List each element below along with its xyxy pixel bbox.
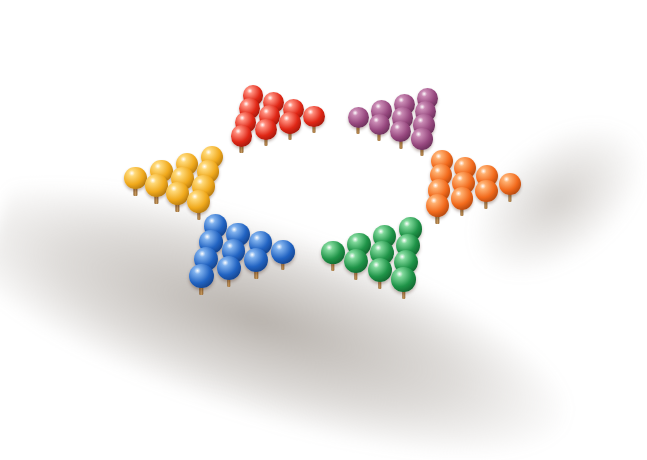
hole[interactable] — [427, 201, 451, 214]
hole[interactable] — [238, 198, 262, 211]
peg-yellow[interactable] — [176, 153, 198, 182]
peg-ball-yellow — [171, 167, 193, 189]
peg-stem — [486, 184, 489, 193]
peg-stem — [312, 124, 315, 133]
peg-red[interactable] — [255, 119, 277, 147]
hole[interactable] — [252, 238, 277, 252]
hole[interactable] — [296, 155, 319, 167]
peg-yellow[interactable] — [201, 146, 223, 174]
hole[interactable] — [330, 215, 354, 229]
hole[interactable] — [149, 182, 173, 195]
peg-stem — [272, 110, 275, 119]
peg-ball-yellow — [145, 174, 168, 197]
peg-stem — [200, 285, 203, 295]
hole[interactable] — [258, 127, 281, 139]
hole[interactable] — [453, 179, 476, 192]
hole[interactable] — [352, 224, 376, 238]
hole[interactable] — [431, 172, 454, 185]
peg-ball-yellow — [166, 182, 189, 205]
peg-stem — [399, 139, 402, 148]
hole[interactable] — [368, 135, 391, 147]
peg-blue[interactable] — [249, 231, 273, 261]
board-side-face-right — [388, 152, 625, 427]
peg-green[interactable] — [368, 258, 392, 289]
peg-blue[interactable] — [199, 230, 223, 260]
peg-stem — [422, 133, 425, 142]
peg-ball-red — [255, 119, 277, 141]
peg-green[interactable] — [344, 249, 368, 280]
peg-green[interactable] — [347, 233, 371, 263]
peg-orange[interactable] — [499, 173, 522, 202]
hole[interactable] — [415, 123, 437, 135]
peg-ball-purple — [417, 88, 438, 109]
hole[interactable] — [247, 169, 271, 182]
peg-red[interactable] — [263, 92, 284, 119]
peg-ball-yellow — [192, 175, 215, 198]
peg-purple[interactable] — [394, 94, 415, 121]
peg-red[interactable] — [279, 112, 300, 140]
peg-ball-red — [303, 106, 324, 127]
hole[interactable] — [221, 262, 247, 277]
hole[interactable] — [363, 163, 386, 176]
peg-stem — [426, 106, 429, 115]
peg-stem — [462, 191, 465, 201]
hole[interactable] — [417, 109, 439, 120]
peg-ball-green — [368, 258, 392, 282]
hole[interactable] — [366, 149, 389, 161]
hole[interactable] — [400, 224, 424, 238]
peg-red[interactable] — [259, 105, 280, 132]
hole[interactable] — [349, 240, 374, 254]
hole[interactable] — [370, 265, 395, 280]
hole[interactable] — [193, 270, 219, 285]
hole[interactable] — [341, 156, 364, 168]
peg-ball-red — [235, 112, 256, 133]
hole[interactable] — [394, 116, 416, 128]
peg-yellow[interactable] — [166, 182, 189, 211]
hole[interactable] — [191, 198, 215, 211]
peg-stem — [436, 214, 439, 224]
hole[interactable] — [323, 135, 346, 147]
hole[interactable] — [389, 143, 412, 155]
brand-logo: Ⓡronda — [330, 339, 399, 373]
peg-layer — [0, 0, 647, 460]
peg-stem — [268, 124, 271, 133]
peg-blue[interactable] — [244, 248, 268, 279]
hole[interactable] — [307, 207, 331, 220]
hole[interactable] — [407, 179, 430, 192]
hole[interactable] — [355, 208, 379, 221]
hole[interactable] — [323, 247, 348, 261]
hole[interactable] — [346, 256, 371, 271]
hole[interactable] — [216, 279, 242, 294]
peg-stem — [176, 202, 179, 212]
peg-ball-blue — [199, 230, 223, 254]
peg-ball-blue — [194, 247, 218, 271]
peg-stem — [485, 199, 488, 209]
hole[interactable] — [402, 209, 426, 222]
board-shadow — [0, 144, 595, 460]
peg-stem — [381, 262, 384, 272]
peg-stem — [383, 245, 386, 255]
hole[interactable] — [377, 216, 401, 230]
peg-stem — [202, 195, 205, 205]
peg-stem — [357, 125, 360, 134]
peg-red[interactable] — [243, 85, 264, 112]
hole[interactable] — [286, 199, 310, 212]
peg-ball-green — [321, 241, 345, 265]
hole[interactable] — [196, 183, 220, 196]
peg-ball-green — [373, 225, 397, 249]
peg-green[interactable] — [391, 267, 415, 298]
star-playfield — [18, 45, 625, 382]
peg-ball-red — [283, 99, 304, 120]
peg-ball-blue — [222, 239, 246, 263]
hole[interactable] — [248, 254, 273, 269]
peg-purple[interactable] — [371, 100, 392, 127]
peg-red[interactable] — [239, 98, 260, 125]
peg-ball-purple — [415, 101, 436, 122]
peg-ball-green — [399, 217, 422, 240]
hole[interactable] — [304, 223, 329, 237]
peg-stem — [205, 268, 208, 278]
hole[interactable] — [425, 217, 449, 231]
peg-ball-green — [396, 234, 420, 258]
peg-ball-orange — [426, 194, 449, 217]
hole[interactable] — [303, 127, 326, 139]
hole[interactable] — [391, 291, 417, 306]
hole[interactable] — [271, 162, 295, 175]
hole[interactable] — [282, 215, 306, 229]
peg-orange[interactable] — [430, 164, 452, 193]
hole[interactable] — [262, 113, 285, 125]
hole[interactable] — [264, 191, 288, 204]
peg-green[interactable] — [394, 250, 418, 281]
hole[interactable] — [372, 248, 397, 262]
peg-ball-purple — [392, 107, 413, 128]
peg-ball-purple — [369, 114, 390, 135]
hole[interactable] — [225, 246, 250, 260]
peg-ball-orange — [475, 180, 498, 203]
hole[interactable] — [165, 205, 190, 218]
peg-stem — [281, 260, 284, 270]
peg-purple[interactable] — [390, 121, 412, 149]
peg-ball-orange — [430, 164, 452, 186]
hole[interactable] — [230, 147, 253, 159]
peg-stem — [409, 238, 412, 248]
peg-ball-purple — [394, 94, 415, 115]
hole[interactable] — [339, 170, 362, 183]
peg-stem — [289, 131, 292, 140]
hole[interactable] — [242, 107, 265, 118]
hole[interactable] — [144, 197, 169, 210]
hole[interactable] — [299, 141, 322, 153]
peg-stem — [437, 199, 440, 209]
peg-stem — [404, 271, 407, 281]
peg-green[interactable] — [396, 234, 420, 264]
peg-ball-orange — [428, 179, 451, 202]
hole[interactable] — [320, 264, 345, 279]
peg-stem — [509, 192, 512, 202]
peg-stem — [402, 288, 405, 298]
hole[interactable] — [367, 282, 393, 297]
hole[interactable] — [243, 271, 269, 286]
peg-stem — [380, 119, 383, 128]
peg-purple[interactable] — [417, 88, 438, 115]
peg-ball-blue — [226, 223, 250, 247]
hole[interactable] — [230, 230, 255, 244]
hole-layer — [290, 45, 625, 152]
hole[interactable] — [382, 186, 406, 199]
board-circle-recess — [0, 42, 638, 409]
hole[interactable] — [387, 157, 410, 169]
peg-stem — [406, 254, 409, 264]
hole[interactable] — [200, 168, 224, 181]
hole[interactable] — [333, 200, 357, 213]
peg-stem — [378, 132, 381, 141]
hole[interactable] — [347, 128, 370, 140]
peg-stem — [292, 117, 295, 126]
board-side-face-left — [18, 233, 406, 427]
hole[interactable] — [279, 134, 302, 146]
peg-ball-blue — [244, 248, 268, 272]
peg-orange[interactable] — [452, 172, 475, 201]
peg-stem — [463, 176, 466, 185]
peg-stem — [227, 277, 230, 287]
peg-purple[interactable] — [413, 114, 434, 142]
hole[interactable] — [208, 221, 233, 235]
peg-orange[interactable] — [431, 150, 453, 178]
peg-stem — [357, 253, 360, 263]
hole[interactable] — [221, 176, 245, 189]
hole[interactable] — [375, 232, 400, 246]
hole[interactable] — [409, 164, 432, 177]
hole[interactable] — [186, 213, 211, 227]
registered-mark-icon: Ⓡ — [333, 342, 348, 351]
hole[interactable] — [293, 169, 317, 182]
peg-stem — [460, 207, 463, 217]
peg-orange[interactable] — [475, 180, 498, 209]
peg-ball-orange — [451, 187, 474, 210]
peg-stem — [209, 251, 212, 261]
peg-ball-blue — [249, 231, 273, 255]
peg-red[interactable] — [235, 112, 256, 140]
hole[interactable] — [336, 185, 360, 198]
peg-stem — [354, 270, 357, 280]
hole[interactable] — [212, 206, 237, 219]
peg-blue[interactable] — [189, 264, 213, 295]
peg-ball-orange — [452, 172, 475, 195]
hole[interactable] — [476, 187, 499, 200]
peg-green[interactable] — [399, 217, 422, 247]
hole[interactable] — [385, 171, 408, 184]
hole[interactable] — [123, 189, 147, 202]
peg-ball-red — [243, 85, 264, 106]
peg-ball-green — [347, 233, 371, 257]
hole[interactable] — [450, 209, 474, 223]
peg-stem — [214, 234, 217, 244]
peg-blue[interactable] — [271, 240, 295, 271]
hole[interactable] — [254, 140, 277, 152]
hole[interactable] — [170, 190, 194, 203]
peg-yellow[interactable] — [150, 160, 172, 189]
peg-ball-purple — [348, 107, 369, 128]
board-shadow-right — [442, 91, 647, 309]
peg-yellow[interactable] — [145, 174, 168, 203]
peg-stem — [134, 186, 137, 195]
peg-orange[interactable] — [426, 194, 449, 224]
peg-yellow[interactable] — [171, 167, 193, 196]
hole[interactable] — [188, 288, 214, 303]
board-wood-surface — [25, 53, 614, 379]
hole[interactable] — [411, 150, 434, 162]
peg-ball-blue — [204, 214, 227, 237]
brand-logo-text: ronda — [340, 343, 398, 373]
hole[interactable] — [203, 237, 228, 251]
peg-stem — [206, 180, 209, 189]
peg-ball-orange — [499, 173, 522, 196]
hole[interactable] — [317, 163, 340, 176]
peg-orange[interactable] — [451, 187, 474, 216]
hole[interactable] — [380, 201, 404, 214]
peg-purple[interactable] — [348, 107, 369, 134]
peg-ball-purple — [411, 128, 433, 150]
peg-stem — [185, 172, 188, 181]
peg-stem — [264, 137, 267, 146]
peg-green[interactable] — [373, 225, 397, 255]
peg-green[interactable] — [370, 241, 394, 272]
hole[interactable] — [234, 214, 259, 228]
hole[interactable] — [226, 161, 250, 174]
peg-ball-red — [263, 92, 284, 113]
peg-ball-green — [391, 267, 415, 291]
peg-stem — [248, 117, 251, 126]
peg-ball-yellow — [201, 146, 223, 168]
peg-stem — [240, 144, 243, 153]
hole[interactable] — [260, 206, 284, 219]
peg-red[interactable] — [303, 106, 324, 133]
peg-yellow[interactable] — [197, 160, 219, 189]
hole[interactable] — [234, 133, 257, 145]
hole[interactable] — [474, 202, 498, 215]
peg-stem — [424, 119, 427, 128]
hole[interactable] — [413, 136, 436, 148]
hole[interactable] — [198, 254, 224, 269]
hole[interactable] — [278, 230, 303, 244]
peg-ball-yellow — [150, 160, 172, 182]
hole[interactable] — [320, 148, 343, 160]
hole[interactable] — [393, 274, 418, 289]
hole[interactable] — [275, 148, 298, 160]
hole[interactable] — [358, 193, 382, 206]
hole[interactable] — [398, 240, 423, 254]
peg-yellow[interactable] — [192, 175, 215, 204]
hole[interactable] — [250, 154, 273, 166]
hole[interactable] — [396, 257, 421, 272]
hole[interactable] — [405, 193, 429, 206]
peg-purple[interactable] — [392, 107, 413, 134]
peg-yellow[interactable] — [124, 167, 146, 196]
hole[interactable] — [256, 222, 281, 236]
hole[interactable] — [344, 142, 367, 154]
hole[interactable] — [360, 178, 384, 191]
peg-ball-yellow — [176, 153, 198, 175]
peg-ball-orange — [476, 165, 498, 187]
peg-orange[interactable] — [476, 165, 498, 194]
hole[interactable] — [238, 120, 261, 132]
hole[interactable] — [270, 263, 295, 278]
peg-purple[interactable] — [411, 128, 433, 156]
peg-purple[interactable] — [369, 114, 390, 142]
hole[interactable] — [274, 247, 299, 261]
peg-ball-red — [231, 125, 253, 147]
peg-ball-red — [279, 112, 300, 133]
peg-stem — [211, 165, 214, 174]
peg-ball-purple — [390, 121, 412, 143]
peg-yellow[interactable] — [187, 190, 210, 220]
hole[interactable] — [217, 190, 241, 203]
peg-stem — [401, 126, 404, 135]
peg-red[interactable] — [231, 125, 253, 153]
peg-ball-blue — [217, 256, 241, 280]
hole[interactable] — [311, 192, 335, 205]
peg-red[interactable] — [283, 99, 304, 126]
peg-stem — [378, 279, 381, 289]
peg-stem — [259, 252, 262, 262]
peg-orange[interactable] — [454, 157, 476, 186]
peg-blue[interactable] — [204, 214, 227, 244]
hole[interactable] — [242, 183, 266, 196]
peg-stem — [331, 261, 334, 271]
peg-ball-orange — [431, 150, 453, 172]
peg-blue[interactable] — [217, 256, 241, 287]
peg-stem — [236, 243, 239, 253]
hole[interactable] — [429, 186, 452, 199]
hole[interactable] — [370, 122, 392, 134]
peg-blue[interactable] — [194, 247, 218, 278]
board-top-face: Ⓡronda — [18, 45, 625, 382]
peg-ball-yellow — [197, 160, 219, 182]
peg-stem — [421, 147, 424, 156]
peg-orange[interactable] — [428, 179, 451, 208]
peg-ball-yellow — [187, 190, 210, 213]
hole[interactable] — [343, 273, 368, 288]
hole[interactable] — [297, 255, 322, 270]
peg-ball-red — [259, 105, 280, 126]
peg-blue[interactable] — [226, 223, 250, 253]
peg-stem — [232, 260, 235, 270]
peg-purple[interactable] — [415, 101, 436, 128]
hole[interactable] — [498, 195, 521, 208]
peg-stem — [252, 103, 255, 112]
hole[interactable] — [282, 120, 305, 132]
hole[interactable] — [326, 231, 351, 245]
hole[interactable] — [268, 176, 292, 189]
hole[interactable] — [301, 239, 326, 253]
hole[interactable] — [314, 177, 338, 190]
hole[interactable] — [391, 129, 414, 141]
peg-ball-orange — [454, 157, 476, 179]
hole[interactable] — [289, 184, 313, 197]
hole[interactable] — [175, 175, 199, 188]
peg-stem — [403, 112, 406, 121]
peg-ball-green — [344, 249, 368, 273]
peg-ball-green — [370, 241, 394, 265]
peg-blue[interactable] — [222, 239, 246, 270]
peg-green[interactable] — [321, 241, 345, 272]
peg-ball-blue — [189, 264, 213, 288]
hole[interactable] — [452, 194, 476, 207]
